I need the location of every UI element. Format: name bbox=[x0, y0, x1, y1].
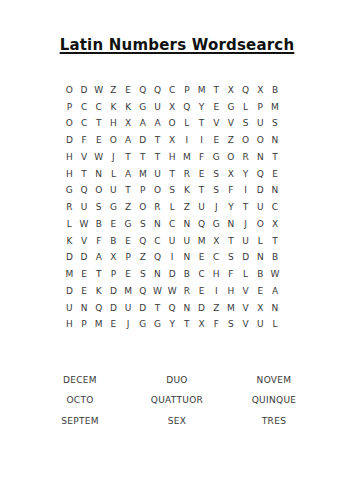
grid-cell: U bbox=[150, 166, 165, 183]
grid-cell: X bbox=[121, 116, 136, 133]
grid-cell: X bbox=[253, 82, 268, 99]
grid-cell: A bbox=[91, 250, 106, 267]
grid-cell: U bbox=[150, 99, 165, 116]
grid-cell: C bbox=[209, 250, 224, 267]
grid-cell: D bbox=[135, 132, 150, 149]
word-list-item: DECEM bbox=[30, 370, 130, 391]
grid-cell: D bbox=[62, 132, 77, 149]
grid-cell: E bbox=[121, 266, 136, 283]
grid-cell: L bbox=[62, 216, 77, 233]
grid-cell: A bbox=[268, 283, 283, 300]
wordsearch-page: Latin Numbers Wordsearch ODWZEQQCPMTXQXB… bbox=[0, 0, 354, 500]
grid-cell: N bbox=[91, 166, 106, 183]
grid-cell: V bbox=[238, 300, 253, 317]
grid-cell: A bbox=[121, 132, 136, 149]
grid-cell: P bbox=[62, 99, 77, 116]
grid-cell: D bbox=[135, 300, 150, 317]
grid-cell: E bbox=[268, 166, 283, 183]
word-list-item: DUO bbox=[130, 370, 224, 391]
grid-cell: G bbox=[121, 216, 136, 233]
grid-cell: M bbox=[224, 300, 239, 317]
grid-cell: I bbox=[194, 132, 209, 149]
grid-cell: M bbox=[135, 166, 150, 183]
grid-cell: B bbox=[268, 250, 283, 267]
grid-cell: F bbox=[224, 266, 239, 283]
grid-cell: C bbox=[165, 82, 180, 99]
grid-cell: Q bbox=[150, 250, 165, 267]
grid-cell: E bbox=[106, 317, 121, 334]
grid-cell: N bbox=[268, 300, 283, 317]
grid-cell: U bbox=[253, 116, 268, 133]
grid-cell: O bbox=[150, 183, 165, 200]
grid-cell: H bbox=[106, 116, 121, 133]
grid-cell: S bbox=[268, 116, 283, 133]
grid-cell: Z bbox=[180, 199, 195, 216]
grid-cell: V bbox=[238, 317, 253, 334]
grid-cell: H bbox=[62, 166, 77, 183]
grid-cell: D bbox=[165, 266, 180, 283]
grid-cell: G bbox=[135, 99, 150, 116]
grid-cell: Q bbox=[135, 233, 150, 250]
grid-cell: N bbox=[253, 250, 268, 267]
grid-cell: L bbox=[268, 317, 283, 334]
grid-cell: H bbox=[165, 149, 180, 166]
grid-cell: R bbox=[238, 149, 253, 166]
grid-cell: J bbox=[209, 199, 224, 216]
grid-cell: J bbox=[238, 216, 253, 233]
grid-cell: D bbox=[194, 300, 209, 317]
grid-cell: T bbox=[224, 233, 239, 250]
grid-cell: O bbox=[224, 149, 239, 166]
grid-cell: L bbox=[238, 99, 253, 116]
grid-cell: T bbox=[77, 166, 92, 183]
grid-cell: S bbox=[91, 199, 106, 216]
grid-cell: U bbox=[238, 233, 253, 250]
grid-cell: E bbox=[194, 283, 209, 300]
grid-cell: X bbox=[194, 317, 209, 334]
grid-cell: T bbox=[150, 132, 165, 149]
wordsearch-grid: ODWZEQQCPMTXQXBPCCKKGUXQYEGLPMOCTHXAAOLT… bbox=[62, 82, 282, 333]
grid-cell: F bbox=[209, 317, 224, 334]
grid-cell: I bbox=[180, 132, 195, 149]
grid-cell: G bbox=[209, 216, 224, 233]
grid-cell: V bbox=[77, 233, 92, 250]
grid-cell: D bbox=[106, 283, 121, 300]
grid-cell: E bbox=[106, 216, 121, 233]
grid-cell: C bbox=[268, 199, 283, 216]
grid-cell: Y bbox=[194, 99, 209, 116]
grid-cell: O bbox=[253, 132, 268, 149]
grid-cell: W bbox=[91, 149, 106, 166]
word-list-item: QUINQUE bbox=[224, 391, 324, 412]
grid-cell: Y bbox=[165, 317, 180, 334]
grid-cell: T bbox=[268, 149, 283, 166]
grid-cell: N bbox=[253, 149, 268, 166]
grid-cell: O bbox=[238, 132, 253, 149]
grid-cell: K bbox=[62, 233, 77, 250]
grid-cell: X bbox=[106, 250, 121, 267]
page-title: Latin Numbers Wordsearch bbox=[0, 36, 354, 54]
grid-cell: I bbox=[238, 183, 253, 200]
grid-cell: V bbox=[209, 116, 224, 133]
grid-cell: U bbox=[194, 199, 209, 216]
grid-cell: H bbox=[224, 283, 239, 300]
grid-cell: S bbox=[135, 216, 150, 233]
grid-cell: K bbox=[106, 99, 121, 116]
grid-cell: U bbox=[106, 183, 121, 200]
grid-cell: O bbox=[106, 132, 121, 149]
grid-cell: M bbox=[121, 283, 136, 300]
grid-cell: T bbox=[150, 300, 165, 317]
grid-cell: W bbox=[150, 283, 165, 300]
grid-cell: E bbox=[209, 132, 224, 149]
grid-cell: Q bbox=[238, 82, 253, 99]
grid-cell: T bbox=[150, 149, 165, 166]
grid-cell: T bbox=[91, 266, 106, 283]
grid-cell: X bbox=[224, 166, 239, 183]
grid-cell: T bbox=[121, 183, 136, 200]
grid-cell: W bbox=[165, 283, 180, 300]
grid-cell: F bbox=[224, 183, 239, 200]
grid-cell: C bbox=[165, 216, 180, 233]
grid-cell: Q bbox=[180, 99, 195, 116]
grid-cell: U bbox=[121, 300, 136, 317]
grid-cell: O bbox=[91, 183, 106, 200]
grid-cell: Q bbox=[135, 283, 150, 300]
grid-cell: G bbox=[106, 199, 121, 216]
grid-cell: Q bbox=[194, 216, 209, 233]
grid-cell: O bbox=[165, 116, 180, 133]
grid-cell: R bbox=[62, 199, 77, 216]
grid-cell: E bbox=[194, 250, 209, 267]
grid-cell: X bbox=[165, 99, 180, 116]
grid-cell: B bbox=[180, 266, 195, 283]
grid-cell: F bbox=[91, 233, 106, 250]
grid-cell: X bbox=[224, 82, 239, 99]
grid-cell: U bbox=[165, 233, 180, 250]
grid-cell: V bbox=[238, 283, 253, 300]
grid-cell: B bbox=[268, 82, 283, 99]
word-list-item: QUATTUOR bbox=[130, 391, 224, 412]
grid-cell: Q bbox=[165, 300, 180, 317]
grid-cell: H bbox=[62, 149, 77, 166]
grid-cell: B bbox=[253, 266, 268, 283]
grid-cell: L bbox=[238, 266, 253, 283]
grid-cell: N bbox=[180, 250, 195, 267]
grid-cell: E bbox=[253, 283, 268, 300]
grid-cell: X bbox=[253, 300, 268, 317]
grid-cell: V bbox=[224, 116, 239, 133]
grid-cell: M bbox=[91, 317, 106, 334]
grid-cell: U bbox=[62, 300, 77, 317]
grid-cell: X bbox=[165, 132, 180, 149]
grid-cell: D bbox=[77, 250, 92, 267]
grid-cell: S bbox=[238, 116, 253, 133]
grid-cell: E bbox=[121, 82, 136, 99]
grid-cell: Z bbox=[224, 132, 239, 149]
word-list-item: OCTO bbox=[30, 391, 130, 412]
grid-cell: V bbox=[77, 149, 92, 166]
grid-cell: T bbox=[180, 317, 195, 334]
grid-cell: Q bbox=[135, 82, 150, 99]
grid-cell: M bbox=[194, 233, 209, 250]
grid-cell: N bbox=[180, 216, 195, 233]
grid-cell: X bbox=[268, 216, 283, 233]
grid-cell: T bbox=[165, 166, 180, 183]
grid-cell: E bbox=[194, 166, 209, 183]
grid-cell: M bbox=[194, 82, 209, 99]
grid-cell: L bbox=[165, 199, 180, 216]
grid-cell: Q bbox=[77, 183, 92, 200]
grid-cell: J bbox=[121, 317, 136, 334]
grid-cell: N bbox=[150, 266, 165, 283]
grid-cell: W bbox=[91, 82, 106, 99]
grid-cell: B bbox=[106, 233, 121, 250]
grid-cell: N bbox=[77, 300, 92, 317]
grid-cell: S bbox=[224, 250, 239, 267]
grid-cell: T bbox=[121, 149, 136, 166]
word-list: DECEMDUONOVEMOCTOQUATTUORQUINQUESEPTEMSE… bbox=[30, 370, 324, 432]
grid-cell: B bbox=[91, 216, 106, 233]
grid-cell: U bbox=[253, 199, 268, 216]
word-list-item: SEX bbox=[130, 411, 224, 432]
grid-cell: E bbox=[77, 283, 92, 300]
grid-cell: U bbox=[253, 317, 268, 334]
grid-cell: C bbox=[194, 266, 209, 283]
grid-cell: D bbox=[253, 183, 268, 200]
grid-cell: G bbox=[135, 317, 150, 334]
grid-cell: N bbox=[224, 216, 239, 233]
grid-cell: P bbox=[180, 82, 195, 99]
grid-cell: R bbox=[180, 166, 195, 183]
grid-cell: H bbox=[209, 266, 224, 283]
grid-cell: S bbox=[165, 183, 180, 200]
grid-cell: N bbox=[180, 300, 195, 317]
grid-cell: L bbox=[253, 233, 268, 250]
grid-cell: N bbox=[150, 216, 165, 233]
grid-cell: D bbox=[238, 250, 253, 267]
grid-cell: T bbox=[135, 149, 150, 166]
word-list-item: TRES bbox=[224, 411, 324, 432]
grid-cell: A bbox=[121, 166, 136, 183]
grid-cell: M bbox=[180, 149, 195, 166]
grid-cell: E bbox=[209, 99, 224, 116]
grid-cell: T bbox=[194, 116, 209, 133]
grid-cell: P bbox=[121, 250, 136, 267]
grid-cell: C bbox=[150, 233, 165, 250]
grid-cell: N bbox=[268, 183, 283, 200]
grid-cell: P bbox=[106, 266, 121, 283]
grid-cell: Y bbox=[224, 199, 239, 216]
grid-cell: X bbox=[209, 233, 224, 250]
grid-cell: F bbox=[77, 132, 92, 149]
word-list-item: SEPTEM bbox=[30, 411, 130, 432]
grid-cell: O bbox=[62, 116, 77, 133]
grid-cell: C bbox=[77, 116, 92, 133]
grid-cell: R bbox=[180, 283, 195, 300]
grid-cell: G bbox=[150, 317, 165, 334]
grid-cell: T bbox=[268, 233, 283, 250]
grid-cell: O bbox=[62, 82, 77, 99]
grid-cell: F bbox=[194, 149, 209, 166]
grid-cell: D bbox=[106, 300, 121, 317]
grid-cell: Q bbox=[253, 166, 268, 183]
word-list-item: NOVEM bbox=[224, 370, 324, 391]
grid-cell: U bbox=[77, 199, 92, 216]
grid-cell: D bbox=[62, 250, 77, 267]
grid-cell: J bbox=[106, 149, 121, 166]
grid-cell: S bbox=[224, 317, 239, 334]
grid-cell: O bbox=[253, 216, 268, 233]
grid-cell: L bbox=[106, 166, 121, 183]
grid-cell: I bbox=[165, 250, 180, 267]
grid-cell: C bbox=[91, 99, 106, 116]
grid-cell: Z bbox=[121, 199, 136, 216]
grid-cell: M bbox=[268, 99, 283, 116]
grid-cell: G bbox=[62, 183, 77, 200]
grid-cell: T bbox=[194, 183, 209, 200]
grid-cell: N bbox=[268, 132, 283, 149]
grid-cell: P bbox=[77, 317, 92, 334]
grid-cell: O bbox=[135, 199, 150, 216]
grid-cell: G bbox=[209, 149, 224, 166]
grid-cell: E bbox=[77, 266, 92, 283]
grid-cell: Z bbox=[106, 82, 121, 99]
grid-cell: K bbox=[121, 99, 136, 116]
grid-cell: Z bbox=[209, 300, 224, 317]
grid-cell: E bbox=[91, 132, 106, 149]
grid-cell: H bbox=[62, 317, 77, 334]
grid-cell: S bbox=[209, 166, 224, 183]
grid-cell: W bbox=[77, 216, 92, 233]
grid-cell: K bbox=[91, 283, 106, 300]
grid-cell: G bbox=[224, 99, 239, 116]
grid-cell: P bbox=[135, 183, 150, 200]
grid-cell: Q bbox=[150, 82, 165, 99]
grid-cell: Q bbox=[91, 300, 106, 317]
grid-cell: T bbox=[209, 82, 224, 99]
grid-cell: R bbox=[150, 199, 165, 216]
grid-cell: A bbox=[135, 116, 150, 133]
grid-cell: I bbox=[209, 283, 224, 300]
grid-cell: E bbox=[121, 233, 136, 250]
grid-cell: P bbox=[253, 99, 268, 116]
grid-cell: Z bbox=[135, 250, 150, 267]
grid-cell: L bbox=[180, 116, 195, 133]
grid-cell: D bbox=[77, 82, 92, 99]
grid-cell: C bbox=[77, 99, 92, 116]
grid-cell: W bbox=[268, 266, 283, 283]
grid-cell: A bbox=[150, 116, 165, 133]
grid-cell: T bbox=[238, 199, 253, 216]
grid-cell: D bbox=[62, 283, 77, 300]
grid-cell: U bbox=[180, 233, 195, 250]
grid-cell: M bbox=[62, 266, 77, 283]
grid-cell: S bbox=[135, 266, 150, 283]
grid-cell: K bbox=[180, 183, 195, 200]
grid-cell: S bbox=[209, 183, 224, 200]
grid-cell: Y bbox=[238, 166, 253, 183]
grid-cell: T bbox=[91, 116, 106, 133]
